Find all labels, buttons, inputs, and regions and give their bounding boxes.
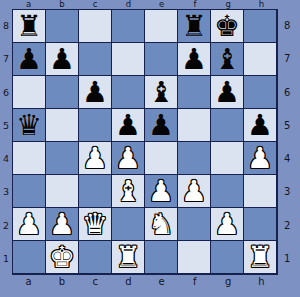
square-h8[interactable]: [244, 10, 277, 43]
rank-label-7: 7: [0, 42, 12, 75]
square-g6[interactable]: ♟: [211, 76, 244, 109]
square-d5[interactable]: ♟: [112, 109, 145, 142]
chess-board-screenshot: abcdefgh 87654321 ♜♜♚♟♟♟♝♟♝♟♛♟♟♟♟♟♟♝♟♟♟♟…: [0, 0, 300, 297]
square-h1[interactable]: ♜: [244, 241, 277, 274]
rank-label-1: 1: [279, 242, 300, 275]
rank-labels-right: 87654321: [279, 9, 300, 275]
square-h6[interactable]: [244, 76, 277, 109]
square-c4[interactable]: ♟: [79, 142, 112, 175]
chess-board[interactable]: ♜♜♚♟♟♟♝♟♝♟♛♟♟♟♟♟♟♝♟♟♟♟♛♞♟♚♜♜: [12, 9, 278, 275]
file-label-d: d: [112, 0, 145, 9]
rank-label-1: 1: [0, 242, 12, 275]
file-label-g: g: [212, 0, 245, 9]
square-d2[interactable]: [112, 208, 145, 241]
square-h4[interactable]: ♟: [244, 142, 277, 175]
square-e6[interactable]: ♝: [145, 76, 178, 109]
piece-white-bishop[interactable]: ♝: [115, 175, 141, 208]
piece-black-pawn[interactable]: ♟: [181, 43, 207, 76]
square-b2[interactable]: ♟: [46, 208, 79, 241]
square-c6[interactable]: ♟: [79, 76, 112, 109]
square-b7[interactable]: ♟: [46, 43, 79, 76]
piece-black-bishop[interactable]: ♝: [214, 43, 240, 76]
rank-label-8: 8: [279, 9, 300, 42]
file-label-b: b: [45, 276, 78, 296]
piece-white-pawn[interactable]: ♟: [181, 175, 207, 208]
file-labels-bottom: abcdefgh: [12, 276, 278, 296]
square-c5[interactable]: [79, 109, 112, 142]
square-a1[interactable]: [13, 241, 46, 274]
rank-label-8: 8: [0, 9, 12, 42]
square-f3[interactable]: ♟: [178, 175, 211, 208]
piece-white-pawn[interactable]: ♟: [247, 142, 273, 175]
file-label-e: e: [145, 0, 178, 9]
square-d4[interactable]: ♟: [112, 142, 145, 175]
piece-black-pawn[interactable]: ♟: [115, 109, 141, 142]
square-a8[interactable]: ♜: [13, 10, 46, 43]
file-labels-top: abcdefgh: [12, 0, 278, 9]
piece-black-pawn[interactable]: ♟: [247, 109, 273, 142]
rank-label-3: 3: [0, 175, 12, 208]
square-h2[interactable]: [244, 208, 277, 241]
piece-black-pawn[interactable]: ♟: [49, 43, 75, 76]
file-label-a: a: [12, 276, 45, 296]
piece-white-king[interactable]: ♚: [49, 241, 75, 274]
piece-white-pawn[interactable]: ♟: [214, 208, 240, 241]
square-f7[interactable]: ♟: [178, 43, 211, 76]
square-f4[interactable]: [178, 142, 211, 175]
file-label-h: h: [245, 0, 278, 9]
square-d6[interactable]: [112, 76, 145, 109]
piece-black-king[interactable]: ♚: [214, 10, 240, 43]
piece-white-pawn[interactable]: ♟: [148, 175, 174, 208]
square-f6[interactable]: [178, 76, 211, 109]
square-e3[interactable]: ♟: [145, 175, 178, 208]
file-label-a: a: [12, 0, 45, 9]
file-label-f: f: [178, 276, 211, 296]
file-label-c: c: [79, 276, 112, 296]
piece-white-pawn[interactable]: ♟: [115, 142, 141, 175]
square-g3[interactable]: [211, 175, 244, 208]
square-a7[interactable]: ♟: [13, 43, 46, 76]
square-c7[interactable]: [79, 43, 112, 76]
piece-black-pawn[interactable]: ♟: [16, 43, 42, 76]
piece-white-queen[interactable]: ♛: [82, 208, 108, 241]
rank-label-2: 2: [279, 209, 300, 242]
square-f2[interactable]: [178, 208, 211, 241]
square-c8[interactable]: [79, 10, 112, 43]
file-label-b: b: [45, 0, 78, 9]
square-b5[interactable]: [46, 109, 79, 142]
square-a2[interactable]: ♟: [13, 208, 46, 241]
piece-white-pawn[interactable]: ♟: [82, 142, 108, 175]
file-label-f: f: [178, 0, 211, 9]
rank-label-3: 3: [279, 175, 300, 208]
square-b6[interactable]: [46, 76, 79, 109]
square-g4[interactable]: [211, 142, 244, 175]
piece-black-rook[interactable]: ♜: [16, 10, 42, 43]
square-h5[interactable]: ♟: [244, 109, 277, 142]
square-e7[interactable]: [145, 43, 178, 76]
square-b1[interactable]: ♚: [46, 241, 79, 274]
square-e2[interactable]: ♞: [145, 208, 178, 241]
file-label-e: e: [145, 276, 178, 296]
square-e4[interactable]: [145, 142, 178, 175]
file-label-d: d: [112, 276, 145, 296]
rank-label-7: 7: [279, 42, 300, 75]
rank-label-6: 6: [279, 76, 300, 109]
rank-label-2: 2: [0, 209, 12, 242]
square-h7[interactable]: [244, 43, 277, 76]
square-c2[interactable]: ♛: [79, 208, 112, 241]
rank-label-4: 4: [279, 142, 300, 175]
rank-labels-left: 87654321: [0, 9, 12, 275]
square-f8[interactable]: ♜: [178, 10, 211, 43]
piece-black-bishop[interactable]: ♝: [148, 76, 174, 109]
piece-black-pawn[interactable]: ♟: [148, 109, 174, 142]
file-label-g: g: [212, 276, 245, 296]
square-g7[interactable]: ♝: [211, 43, 244, 76]
square-g2[interactable]: ♟: [211, 208, 244, 241]
square-g8[interactable]: ♚: [211, 10, 244, 43]
file-label-h: h: [245, 276, 278, 296]
square-h3[interactable]: [244, 175, 277, 208]
square-c3[interactable]: [79, 175, 112, 208]
square-a4[interactable]: [13, 142, 46, 175]
piece-white-pawn[interactable]: ♟: [49, 208, 75, 241]
square-b3[interactable]: [46, 175, 79, 208]
square-g1[interactable]: [211, 241, 244, 274]
rank-label-5: 5: [0, 109, 12, 142]
square-a6[interactable]: [13, 76, 46, 109]
square-b4[interactable]: [46, 142, 79, 175]
square-a5[interactable]: ♛: [13, 109, 46, 142]
square-e1[interactable]: [145, 241, 178, 274]
piece-white-rook[interactable]: ♜: [247, 241, 273, 274]
piece-white-knight[interactable]: ♞: [148, 208, 174, 241]
square-d1[interactable]: ♜: [112, 241, 145, 274]
square-a3[interactable]: [13, 175, 46, 208]
piece-black-pawn[interactable]: ♟: [214, 76, 240, 109]
square-d3[interactable]: ♝: [112, 175, 145, 208]
piece-white-pawn[interactable]: ♟: [16, 208, 42, 241]
square-g5[interactable]: [211, 109, 244, 142]
rank-label-4: 4: [0, 142, 12, 175]
square-e5[interactable]: ♟: [145, 109, 178, 142]
rank-label-5: 5: [279, 109, 300, 142]
square-d8[interactable]: [112, 10, 145, 43]
piece-white-rook[interactable]: ♜: [115, 241, 141, 274]
square-b8[interactable]: [46, 10, 79, 43]
square-d7[interactable]: [112, 43, 145, 76]
piece-black-queen[interactable]: ♛: [16, 109, 42, 142]
square-c1[interactable]: [79, 241, 112, 274]
file-label-c: c: [79, 0, 112, 9]
square-f5[interactable]: [178, 109, 211, 142]
square-f1[interactable]: [178, 241, 211, 274]
rank-label-6: 6: [0, 76, 12, 109]
piece-black-rook[interactable]: ♜: [181, 10, 207, 43]
square-e8[interactable]: [145, 10, 178, 43]
piece-black-pawn[interactable]: ♟: [82, 76, 108, 109]
